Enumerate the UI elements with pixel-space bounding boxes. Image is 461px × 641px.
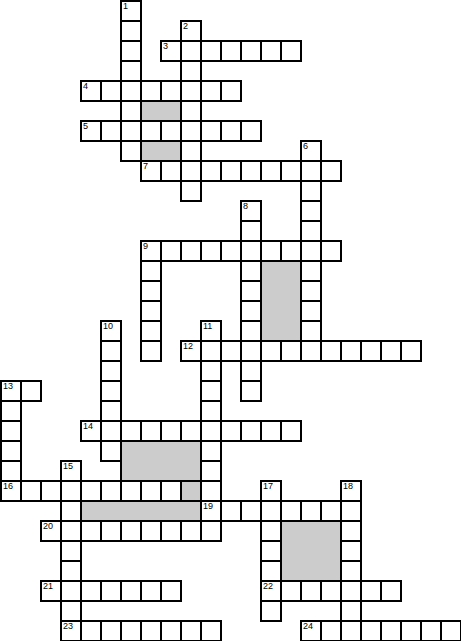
cell[interactable] bbox=[320, 240, 342, 262]
cell[interactable] bbox=[200, 420, 222, 442]
cell[interactable] bbox=[260, 540, 282, 562]
cell[interactable] bbox=[240, 260, 262, 282]
cell[interactable] bbox=[60, 600, 82, 622]
cell[interactable] bbox=[140, 620, 162, 641]
cell[interactable] bbox=[260, 600, 282, 622]
cell[interactable] bbox=[300, 220, 322, 242]
cell[interactable] bbox=[260, 240, 282, 262]
cell[interactable] bbox=[120, 140, 142, 162]
cell[interactable] bbox=[280, 420, 302, 442]
cell[interactable] bbox=[200, 380, 222, 402]
cell[interactable] bbox=[380, 620, 402, 641]
cell[interactable] bbox=[160, 580, 182, 602]
cell[interactable] bbox=[160, 480, 182, 502]
cell[interactable] bbox=[60, 460, 82, 482]
cell[interactable] bbox=[360, 340, 382, 362]
cell[interactable] bbox=[420, 620, 442, 641]
cell[interactable] bbox=[100, 340, 122, 362]
cell[interactable] bbox=[200, 340, 222, 362]
cell[interactable] bbox=[0, 480, 22, 502]
cell[interactable] bbox=[240, 420, 262, 442]
cell[interactable] bbox=[380, 340, 402, 362]
cell[interactable] bbox=[60, 480, 82, 502]
cell[interactable] bbox=[280, 340, 302, 362]
cell[interactable] bbox=[180, 60, 202, 82]
cell[interactable] bbox=[200, 160, 222, 182]
cell[interactable] bbox=[120, 80, 142, 102]
cell[interactable] bbox=[100, 80, 122, 102]
cell[interactable] bbox=[300, 200, 322, 222]
cell[interactable] bbox=[180, 80, 202, 102]
cell[interactable] bbox=[120, 620, 142, 641]
cell[interactable] bbox=[220, 40, 242, 62]
cell[interactable] bbox=[200, 520, 222, 542]
cell[interactable] bbox=[0, 440, 22, 462]
cell[interactable] bbox=[140, 240, 162, 262]
cell[interactable] bbox=[180, 100, 202, 122]
cell[interactable] bbox=[340, 580, 362, 602]
cell[interactable] bbox=[60, 560, 82, 582]
shaded-block bbox=[280, 520, 342, 582]
cell[interactable] bbox=[40, 580, 62, 602]
cell[interactable] bbox=[180, 40, 202, 62]
cell[interactable] bbox=[180, 420, 202, 442]
cell[interactable] bbox=[0, 380, 22, 402]
cell[interactable] bbox=[280, 500, 302, 522]
cell[interactable] bbox=[380, 580, 402, 602]
cell[interactable] bbox=[200, 620, 222, 641]
cell[interactable] bbox=[60, 540, 82, 562]
cell[interactable] bbox=[180, 20, 202, 42]
cell[interactable] bbox=[100, 400, 122, 422]
cell[interactable] bbox=[160, 40, 182, 62]
cell[interactable] bbox=[140, 580, 162, 602]
cell[interactable] bbox=[180, 520, 202, 542]
cell[interactable] bbox=[260, 480, 282, 502]
cell[interactable] bbox=[160, 420, 182, 442]
shaded-block bbox=[140, 100, 182, 122]
cell[interactable] bbox=[180, 620, 202, 641]
cell[interactable] bbox=[320, 620, 342, 641]
cell[interactable] bbox=[200, 400, 222, 422]
cell[interactable] bbox=[180, 120, 202, 142]
cell[interactable] bbox=[240, 120, 262, 142]
cell[interactable] bbox=[260, 40, 282, 62]
cell[interactable] bbox=[160, 120, 182, 142]
cell[interactable] bbox=[120, 100, 142, 122]
cell[interactable] bbox=[100, 520, 122, 542]
cell[interactable] bbox=[180, 340, 202, 362]
shaded-block bbox=[80, 500, 202, 522]
cell[interactable] bbox=[60, 520, 82, 542]
cell[interactable] bbox=[100, 380, 122, 402]
cell[interactable] bbox=[100, 580, 122, 602]
cell[interactable] bbox=[340, 540, 362, 562]
cell[interactable] bbox=[140, 80, 162, 102]
cell[interactable] bbox=[340, 480, 362, 502]
cell[interactable] bbox=[200, 500, 222, 522]
cell[interactable] bbox=[120, 20, 142, 42]
cell[interactable] bbox=[320, 500, 342, 522]
cell[interactable] bbox=[220, 240, 242, 262]
cell[interactable] bbox=[20, 380, 42, 402]
cell[interactable] bbox=[340, 500, 362, 522]
cell[interactable] bbox=[300, 320, 322, 342]
cell[interactable] bbox=[160, 240, 182, 262]
cell[interactable] bbox=[260, 520, 282, 542]
cell[interactable] bbox=[80, 120, 102, 142]
cell[interactable] bbox=[120, 420, 142, 442]
cell[interactable] bbox=[220, 160, 242, 182]
cell[interactable] bbox=[220, 420, 242, 442]
cell[interactable] bbox=[200, 360, 222, 382]
cell[interactable] bbox=[340, 560, 362, 582]
cell[interactable] bbox=[340, 620, 362, 641]
shaded-block bbox=[260, 260, 302, 342]
cell[interactable] bbox=[280, 240, 302, 262]
cell[interactable] bbox=[120, 0, 142, 22]
cell[interactable] bbox=[200, 480, 222, 502]
cell[interactable] bbox=[80, 420, 102, 442]
cell[interactable] bbox=[0, 400, 22, 422]
cell[interactable] bbox=[20, 480, 42, 502]
cell[interactable] bbox=[300, 340, 322, 362]
cell[interactable] bbox=[200, 80, 222, 102]
cell[interactable] bbox=[220, 80, 242, 102]
cell[interactable] bbox=[240, 220, 262, 242]
cell[interactable] bbox=[240, 300, 262, 322]
cell[interactable] bbox=[140, 280, 162, 302]
cell[interactable] bbox=[180, 160, 202, 182]
cell[interactable] bbox=[0, 420, 22, 442]
cell[interactable] bbox=[220, 500, 242, 522]
shaded-block bbox=[140, 140, 182, 162]
cell[interactable] bbox=[320, 160, 342, 182]
cell[interactable] bbox=[240, 340, 262, 362]
cell[interactable] bbox=[140, 260, 162, 282]
cell[interactable] bbox=[140, 300, 162, 322]
cell[interactable] bbox=[160, 620, 182, 641]
cell[interactable] bbox=[60, 500, 82, 522]
cell[interactable] bbox=[60, 620, 82, 641]
cell[interactable] bbox=[100, 480, 122, 502]
cell[interactable] bbox=[260, 580, 282, 602]
cell[interactable] bbox=[300, 500, 322, 522]
cell[interactable] bbox=[80, 580, 102, 602]
cell[interactable] bbox=[300, 280, 322, 302]
cell[interactable] bbox=[80, 520, 102, 542]
cell[interactable] bbox=[140, 520, 162, 542]
cell[interactable] bbox=[300, 240, 322, 262]
cell[interactable] bbox=[340, 600, 362, 622]
cell[interactable] bbox=[260, 340, 282, 362]
cell[interactable] bbox=[240, 160, 262, 182]
cell[interactable] bbox=[240, 280, 262, 302]
cell[interactable] bbox=[200, 440, 222, 462]
cell[interactable] bbox=[100, 620, 122, 641]
cell[interactable] bbox=[80, 620, 102, 641]
cell[interactable] bbox=[220, 340, 242, 362]
cell[interactable] bbox=[100, 360, 122, 382]
cell[interactable] bbox=[300, 160, 322, 182]
cell[interactable] bbox=[200, 240, 222, 262]
cell[interactable] bbox=[300, 580, 322, 602]
cell[interactable] bbox=[100, 440, 122, 462]
cell[interactable] bbox=[0, 460, 22, 482]
cell[interactable] bbox=[400, 340, 422, 362]
cell[interactable] bbox=[120, 480, 142, 502]
cell[interactable] bbox=[120, 580, 142, 602]
cell[interactable] bbox=[140, 120, 162, 142]
cell[interactable] bbox=[140, 160, 162, 182]
cell[interactable] bbox=[200, 120, 222, 142]
cell[interactable] bbox=[200, 460, 222, 482]
cell[interactable] bbox=[280, 580, 302, 602]
cell[interactable] bbox=[100, 320, 122, 342]
cell[interactable] bbox=[360, 620, 382, 641]
cell[interactable] bbox=[300, 620, 322, 641]
cell[interactable] bbox=[240, 500, 262, 522]
cell[interactable] bbox=[40, 520, 62, 542]
cell[interactable] bbox=[200, 40, 222, 62]
crossword-grid: 123456789101112131415161718192021222324 bbox=[0, 0, 461, 641]
cell[interactable] bbox=[280, 40, 302, 62]
cell[interactable] bbox=[180, 140, 202, 162]
cell[interactable] bbox=[300, 260, 322, 282]
cell[interactable] bbox=[80, 80, 102, 102]
cell[interactable] bbox=[140, 320, 162, 342]
cell[interactable] bbox=[160, 520, 182, 542]
cell[interactable] bbox=[440, 620, 461, 641]
cell[interactable] bbox=[340, 520, 362, 542]
cell[interactable] bbox=[240, 240, 262, 262]
cell[interactable] bbox=[300, 140, 322, 162]
cell[interactable] bbox=[60, 580, 82, 602]
shaded-block bbox=[120, 440, 202, 482]
cell[interactable] bbox=[320, 340, 342, 362]
cell[interactable] bbox=[180, 180, 202, 202]
cell[interactable] bbox=[160, 160, 182, 182]
cell[interactable] bbox=[320, 580, 342, 602]
cell[interactable] bbox=[240, 40, 262, 62]
cell[interactable] bbox=[140, 480, 162, 502]
cell[interactable] bbox=[140, 340, 162, 362]
cell[interactable] bbox=[120, 60, 142, 82]
cell[interactable] bbox=[120, 120, 142, 142]
cell[interactable] bbox=[260, 500, 282, 522]
cell[interactable] bbox=[280, 160, 302, 182]
cell[interactable] bbox=[360, 580, 382, 602]
cell[interactable] bbox=[260, 560, 282, 582]
cell[interactable] bbox=[400, 620, 422, 641]
cell[interactable] bbox=[140, 420, 162, 442]
cell[interactable] bbox=[100, 120, 122, 142]
cell[interactable] bbox=[80, 480, 102, 502]
cell[interactable] bbox=[180, 240, 202, 262]
cell[interactable] bbox=[220, 120, 242, 142]
cell[interactable] bbox=[300, 180, 322, 202]
cell[interactable] bbox=[300, 300, 322, 322]
cell[interactable] bbox=[260, 160, 282, 182]
cell[interactable] bbox=[120, 40, 142, 62]
shaded-block bbox=[180, 480, 202, 502]
cell[interactable] bbox=[160, 80, 182, 102]
cell[interactable] bbox=[120, 520, 142, 542]
cell[interactable] bbox=[240, 380, 262, 402]
cell[interactable] bbox=[40, 480, 62, 502]
cell[interactable] bbox=[240, 360, 262, 382]
cell[interactable] bbox=[240, 320, 262, 342]
cell[interactable] bbox=[100, 420, 122, 442]
cell[interactable] bbox=[240, 200, 262, 222]
cell[interactable] bbox=[200, 320, 222, 342]
cell[interactable] bbox=[260, 420, 282, 442]
cell[interactable] bbox=[340, 340, 362, 362]
